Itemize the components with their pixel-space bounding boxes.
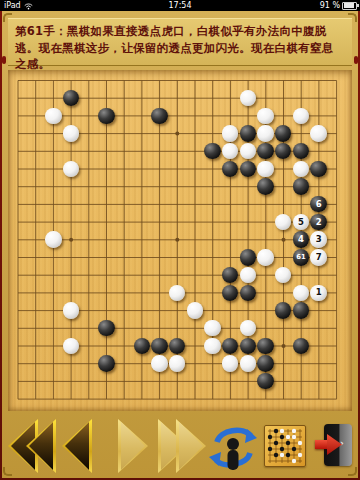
move-number-label: 3 <box>316 235 322 244</box>
white-stone <box>240 355 256 371</box>
frame-corner-ornament <box>348 13 357 22</box>
rewind-triangle-icon <box>26 419 56 473</box>
white-stone <box>222 125 238 141</box>
back-triangle-icon <box>62 419 92 473</box>
white-stone <box>240 90 256 106</box>
white-stone: 7 <box>310 249 326 265</box>
go-review-app: { "status_bar": { "carrier": "iPad", "ti… <box>0 0 360 480</box>
black-stone <box>204 143 220 159</box>
step-back-button[interactable] <box>60 419 94 473</box>
white-stone <box>257 108 273 124</box>
fast-forward-button[interactable] <box>156 419 206 473</box>
forward-triangle-icon <box>118 419 148 473</box>
white-stone <box>222 143 238 159</box>
white-stone <box>204 320 220 336</box>
replay-toolbar: › <box>8 414 352 478</box>
battery-percent: 91 % <box>320 0 340 11</box>
white-stone <box>293 161 309 177</box>
board-grid[interactable]: 652436171 <box>9 72 345 408</box>
white-stone <box>240 267 256 283</box>
auto-replay-button[interactable] <box>207 419 259 473</box>
black-stone <box>151 108 167 124</box>
white-stone <box>45 108 61 124</box>
white-stone <box>204 338 220 354</box>
step-forward-button[interactable] <box>114 419 150 473</box>
frame-corner-ornament <box>3 13 12 22</box>
fast-rewind-button[interactable] <box>8 419 56 473</box>
move-number-label: 61 <box>296 254 305 261</box>
battery-icon <box>342 2 357 10</box>
clock: 17:54 <box>0 0 360 11</box>
exit-button[interactable]: › <box>318 419 356 473</box>
white-stone <box>169 285 185 301</box>
black-stone <box>63 90 79 106</box>
black-stone <box>275 302 291 318</box>
black-stone <box>293 338 309 354</box>
black-stone <box>293 178 309 194</box>
rotate-person-icon <box>207 419 259 473</box>
frame-corner-ornament <box>3 467 12 476</box>
white-stone <box>63 338 79 354</box>
white-stone: 1 <box>310 285 326 301</box>
white-stone: 5 <box>293 214 309 230</box>
black-stone <box>98 108 114 124</box>
white-stone <box>151 355 167 371</box>
black-stone <box>169 338 185 354</box>
black-stone <box>134 338 150 354</box>
white-stone <box>240 320 256 336</box>
black-stone <box>222 161 238 177</box>
door-chevron: › <box>340 438 344 448</box>
black-stone <box>240 161 256 177</box>
black-stone <box>275 143 291 159</box>
white-stone <box>275 214 291 230</box>
black-stone <box>98 355 114 371</box>
move-commentary: 第61手：黑棋如果直接透点虎口，白棋似乎有办法向中腹脱逃。现在黑棋这步，让保留的… <box>8 18 352 66</box>
white-stone <box>222 355 238 371</box>
board-overview-button[interactable] <box>264 425 306 467</box>
white-stone <box>187 302 203 318</box>
black-stone: 61 <box>293 249 309 265</box>
black-stone <box>293 143 309 159</box>
black-stone <box>222 338 238 354</box>
white-stone <box>257 249 273 265</box>
white-stone <box>63 125 79 141</box>
black-stone <box>257 355 273 371</box>
move-number-label: 6 <box>316 200 322 209</box>
forward-triangle-icon <box>176 419 206 473</box>
black-stone <box>257 373 273 389</box>
white-stone <box>257 125 273 141</box>
white-stone <box>45 231 61 247</box>
move-number-label: 5 <box>298 218 304 227</box>
white-stone <box>293 108 309 124</box>
black-stone: 6 <box>310 196 326 212</box>
move-number-label: 7 <box>316 253 322 262</box>
exit-arrow-icon <box>315 440 328 449</box>
white-stone: 3 <box>310 231 326 247</box>
black-stone <box>151 338 167 354</box>
black-stone <box>293 302 309 318</box>
move-number-label: 1 <box>316 288 322 297</box>
white-stone <box>310 125 326 141</box>
black-stone <box>310 161 326 177</box>
frame-corner-ornament <box>348 467 357 476</box>
white-stone <box>240 143 256 159</box>
black-stone <box>240 125 256 141</box>
white-stone <box>293 285 309 301</box>
black-stone <box>257 178 273 194</box>
move-number-label: 4 <box>298 235 304 244</box>
black-stone <box>240 249 256 265</box>
black-stone <box>240 338 256 354</box>
go-board[interactable]: 652436171 <box>8 70 352 411</box>
black-stone <box>257 338 273 354</box>
black-stone: 4 <box>293 231 309 247</box>
frame-left-edge <box>0 11 2 480</box>
white-stone <box>257 161 273 177</box>
board-thumbnail-icon <box>265 426 305 466</box>
black-stone <box>257 143 273 159</box>
frame-side-ornament <box>2 56 6 64</box>
black-stone <box>240 285 256 301</box>
black-stone <box>98 320 114 336</box>
status-bar: iPad 17:54 91 % <box>0 0 360 11</box>
black-stone <box>275 125 291 141</box>
white-stone <box>169 355 185 371</box>
frame-side-ornament <box>354 56 358 64</box>
white-stone <box>63 161 79 177</box>
white-stone <box>63 302 79 318</box>
black-stone: 2 <box>310 214 326 230</box>
move-number-label: 2 <box>316 218 322 227</box>
white-stone <box>275 267 291 283</box>
black-stone <box>222 285 238 301</box>
black-stone <box>222 267 238 283</box>
